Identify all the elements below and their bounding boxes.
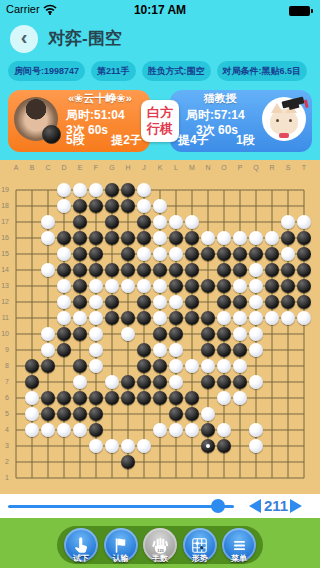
- next-move-button[interactable]: [290, 499, 302, 513]
- board-cell-M11[interactable]: [184, 310, 200, 326]
- board-cell-C19[interactable]: [40, 182, 56, 198]
- board-cell-R9[interactable]: [264, 342, 280, 358]
- board-cell-L11[interactable]: [168, 310, 184, 326]
- board-cell-P13[interactable]: [232, 278, 248, 294]
- board-cell-D12[interactable]: [56, 294, 72, 310]
- board-cell-R11[interactable]: [264, 310, 280, 326]
- prev-move-button[interactable]: [249, 499, 261, 513]
- board-cell-H14[interactable]: [120, 262, 136, 278]
- board-cell-Q6[interactable]: [248, 390, 264, 406]
- board-cell-F3[interactable]: [88, 438, 104, 454]
- board-cell-Q13[interactable]: [248, 278, 264, 294]
- board-cell-K19[interactable]: [152, 182, 168, 198]
- board-cell-F16[interactable]: [88, 230, 104, 246]
- board-cell-N8[interactable]: [200, 358, 216, 374]
- board-cell-T14[interactable]: [296, 262, 312, 278]
- board-cell-F15[interactable]: [88, 246, 104, 262]
- board-cell-M19[interactable]: [184, 182, 200, 198]
- board-cell-H16[interactable]: [120, 230, 136, 246]
- board-cell-D11[interactable]: [56, 310, 72, 326]
- board-cell-K14[interactable]: [152, 262, 168, 278]
- board-cell-R3[interactable]: [264, 438, 280, 454]
- board-cell-A7[interactable]: [8, 374, 24, 390]
- board-cell-J8[interactable]: [136, 358, 152, 374]
- board-cell-R2[interactable]: [264, 454, 280, 470]
- board-cell-P16[interactable]: [232, 230, 248, 246]
- board-cell-C1[interactable]: [40, 470, 56, 486]
- board-cell-Q10[interactable]: [248, 326, 264, 342]
- board-cell-T13[interactable]: [296, 278, 312, 294]
- board-cell-J2[interactable]: [136, 454, 152, 470]
- board-cell-J1[interactable]: [136, 470, 152, 486]
- board-cell-R4[interactable]: [264, 422, 280, 438]
- board-cell-K3[interactable]: [152, 438, 168, 454]
- board-cell-A9[interactable]: [8, 342, 24, 358]
- board-cell-B6[interactable]: [24, 390, 40, 406]
- board-cell-S6[interactable]: [280, 390, 296, 406]
- board-cell-K5[interactable]: [152, 406, 168, 422]
- board-cell-B7[interactable]: [24, 374, 40, 390]
- board-cell-K4[interactable]: [152, 422, 168, 438]
- board-cell-L8[interactable]: [168, 358, 184, 374]
- board-cell-F5[interactable]: [88, 406, 104, 422]
- board-cell-F9[interactable]: [88, 342, 104, 358]
- board-cell-H5[interactable]: [120, 406, 136, 422]
- board-cell-R14[interactable]: [264, 262, 280, 278]
- board-cell-N9[interactable]: [200, 342, 216, 358]
- board-cell-T3[interactable]: [296, 438, 312, 454]
- board-cell-F18[interactable]: [88, 198, 104, 214]
- board-cell-D8[interactable]: [56, 358, 72, 374]
- board-cell-F11[interactable]: [88, 310, 104, 326]
- board-cell-E6[interactable]: [72, 390, 88, 406]
- board-cell-B3[interactable]: [24, 438, 40, 454]
- board-cell-E11[interactable]: [72, 310, 88, 326]
- board-cell-O19[interactable]: [216, 182, 232, 198]
- board-cell-F17[interactable]: [88, 214, 104, 230]
- board-cell-K12[interactable]: [152, 294, 168, 310]
- board-cell-G13[interactable]: [104, 278, 120, 294]
- board-cell-K1[interactable]: [152, 470, 168, 486]
- board-cell-G2[interactable]: [104, 454, 120, 470]
- board-cell-M3[interactable]: [184, 438, 200, 454]
- board-cell-R15[interactable]: [264, 246, 280, 262]
- board-cell-M5[interactable]: [184, 406, 200, 422]
- board-cell-N12[interactable]: [200, 294, 216, 310]
- board-cell-H19[interactable]: [120, 182, 136, 198]
- board-cell-J4[interactable]: [136, 422, 152, 438]
- board-cell-B15[interactable]: [24, 246, 40, 262]
- board-cell-L1[interactable]: [168, 470, 184, 486]
- board-cell-N10[interactable]: [200, 326, 216, 342]
- board-cell-P4[interactable]: [232, 422, 248, 438]
- board-cell-E16[interactable]: [72, 230, 88, 246]
- board-cell-S3[interactable]: [280, 438, 296, 454]
- board-cell-A16[interactable]: [8, 230, 24, 246]
- board-cell-F10[interactable]: [88, 326, 104, 342]
- board-cell-D3[interactable]: [56, 438, 72, 454]
- slider-knob[interactable]: [211, 499, 225, 513]
- board-cell-H10[interactable]: [120, 326, 136, 342]
- board-cell-L2[interactable]: [168, 454, 184, 470]
- board-cell-Q19[interactable]: [248, 182, 264, 198]
- board-cell-Q18[interactable]: [248, 198, 264, 214]
- board-cell-J13[interactable]: [136, 278, 152, 294]
- board-cell-G11[interactable]: [104, 310, 120, 326]
- board-cell-D1[interactable]: [56, 470, 72, 486]
- board-cell-P15[interactable]: [232, 246, 248, 262]
- board-cell-J3[interactable]: [136, 438, 152, 454]
- board-cell-B2[interactable]: [24, 454, 40, 470]
- board-cell-O11[interactable]: [216, 310, 232, 326]
- board-cell-F6[interactable]: [88, 390, 104, 406]
- board-cell-B5[interactable]: [24, 406, 40, 422]
- board-cell-A15[interactable]: [8, 246, 24, 262]
- board-cell-R8[interactable]: [264, 358, 280, 374]
- board-cell-O15[interactable]: [216, 246, 232, 262]
- board-cell-L5[interactable]: [168, 406, 184, 422]
- board-cell-J16[interactable]: [136, 230, 152, 246]
- board-cell-G1[interactable]: [104, 470, 120, 486]
- board-cell-A11[interactable]: [8, 310, 24, 326]
- board-cell-O6[interactable]: [216, 390, 232, 406]
- board-cell-Q15[interactable]: [248, 246, 264, 262]
- board-cell-M2[interactable]: [184, 454, 200, 470]
- board-cell-N7[interactable]: [200, 374, 216, 390]
- board-cell-C13[interactable]: [40, 278, 56, 294]
- board-cell-H8[interactable]: [120, 358, 136, 374]
- board-cell-J11[interactable]: [136, 310, 152, 326]
- board-cell-B10[interactable]: [24, 326, 40, 342]
- board-cell-F4[interactable]: [88, 422, 104, 438]
- board-cell-S2[interactable]: [280, 454, 296, 470]
- board-cell-B13[interactable]: [24, 278, 40, 294]
- board-cell-J6[interactable]: [136, 390, 152, 406]
- board-cell-S7[interactable]: [280, 374, 296, 390]
- board-cell-B9[interactable]: [24, 342, 40, 358]
- board-cell-D13[interactable]: [56, 278, 72, 294]
- board-cell-E10[interactable]: [72, 326, 88, 342]
- board-cell-T7[interactable]: [296, 374, 312, 390]
- board-cell-M18[interactable]: [184, 198, 200, 214]
- board-cell-T11[interactable]: [296, 310, 312, 326]
- board-cell-H13[interactable]: [120, 278, 136, 294]
- board-cell-D18[interactable]: [56, 198, 72, 214]
- board-cell-B14[interactable]: [24, 262, 40, 278]
- board-cell-K13[interactable]: [152, 278, 168, 294]
- board-cell-G18[interactable]: [104, 198, 120, 214]
- board-cell-R10[interactable]: [264, 326, 280, 342]
- board-cell-G15[interactable]: [104, 246, 120, 262]
- board-cell-F1[interactable]: [88, 470, 104, 486]
- board-cell-E14[interactable]: [72, 262, 88, 278]
- board-cell-L12[interactable]: [168, 294, 184, 310]
- board-cell-P14[interactable]: [232, 262, 248, 278]
- board-cell-E13[interactable]: [72, 278, 88, 294]
- board-cell-S16[interactable]: [280, 230, 296, 246]
- board-cell-N2[interactable]: [200, 454, 216, 470]
- board-cell-O14[interactable]: [216, 262, 232, 278]
- board-cell-M10[interactable]: [184, 326, 200, 342]
- board-cell-S4[interactable]: [280, 422, 296, 438]
- board-cell-Q9[interactable]: [248, 342, 264, 358]
- board-cell-E18[interactable]: [72, 198, 88, 214]
- board-cell-T19[interactable]: [296, 182, 312, 198]
- move-numbers-button[interactable]: 123手数: [143, 528, 177, 562]
- board-cell-L6[interactable]: [168, 390, 184, 406]
- board-cell-D16[interactable]: [56, 230, 72, 246]
- board-cell-N11[interactable]: [200, 310, 216, 326]
- board-cell-P7[interactable]: [232, 374, 248, 390]
- board-cell-P17[interactable]: [232, 214, 248, 230]
- board-cell-L3[interactable]: [168, 438, 184, 454]
- board-cell-C9[interactable]: [40, 342, 56, 358]
- board-cell-L13[interactable]: [168, 278, 184, 294]
- board-cell-E3[interactable]: [72, 438, 88, 454]
- board-cell-L4[interactable]: [168, 422, 184, 438]
- board-cell-N4[interactable]: [200, 422, 216, 438]
- board-cell-D9[interactable]: [56, 342, 72, 358]
- board-cell-E1[interactable]: [72, 470, 88, 486]
- board-cell-P12[interactable]: [232, 294, 248, 310]
- board-cell-G9[interactable]: [104, 342, 120, 358]
- board-cell-C17[interactable]: [40, 214, 56, 230]
- board-cell-D2[interactable]: [56, 454, 72, 470]
- board-cell-G8[interactable]: [104, 358, 120, 374]
- board-cell-E9[interactable]: [72, 342, 88, 358]
- board-cell-H6[interactable]: [120, 390, 136, 406]
- board-cell-S8[interactable]: [280, 358, 296, 374]
- back-button[interactable]: ‹: [10, 25, 38, 53]
- board-cell-K2[interactable]: [152, 454, 168, 470]
- board-cell-N15[interactable]: [200, 246, 216, 262]
- board-cell-O10[interactable]: [216, 326, 232, 342]
- board-cell-R16[interactable]: [264, 230, 280, 246]
- board-cell-R19[interactable]: [264, 182, 280, 198]
- board-cell-T15[interactable]: [296, 246, 312, 262]
- board-cell-P8[interactable]: [232, 358, 248, 374]
- board-cell-M17[interactable]: [184, 214, 200, 230]
- menu-button[interactable]: 菜单: [222, 528, 256, 562]
- board-cell-H7[interactable]: [120, 374, 136, 390]
- board-cell-P3[interactable]: [232, 438, 248, 454]
- board-cell-C14[interactable]: [40, 262, 56, 278]
- board-cell-P1[interactable]: [232, 470, 248, 486]
- board-cell-G4[interactable]: [104, 422, 120, 438]
- board-cell-K16[interactable]: [152, 230, 168, 246]
- board-cell-S18[interactable]: [280, 198, 296, 214]
- board-cell-G14[interactable]: [104, 262, 120, 278]
- board-cell-R13[interactable]: [264, 278, 280, 294]
- board-cell-S17[interactable]: [280, 214, 296, 230]
- board-cell-T6[interactable]: [296, 390, 312, 406]
- board-cell-K9[interactable]: [152, 342, 168, 358]
- board-cell-C16[interactable]: [40, 230, 56, 246]
- board-cell-A4[interactable]: [8, 422, 24, 438]
- board-cell-C3[interactable]: [40, 438, 56, 454]
- board-cell-O9[interactable]: [216, 342, 232, 358]
- board-cell-T16[interactable]: [296, 230, 312, 246]
- board-cell-A17[interactable]: [8, 214, 24, 230]
- board-cell-J10[interactable]: [136, 326, 152, 342]
- board-cell-M15[interactable]: [184, 246, 200, 262]
- board-cell-K18[interactable]: [152, 198, 168, 214]
- try-move-button[interactable]: 试下: [64, 528, 98, 562]
- board-cell-C15[interactable]: [40, 246, 56, 262]
- board-cell-B4[interactable]: [24, 422, 40, 438]
- board-cell-D4[interactable]: [56, 422, 72, 438]
- board-cell-A13[interactable]: [8, 278, 24, 294]
- board-cell-C7[interactable]: [40, 374, 56, 390]
- board-cell-E12[interactable]: [72, 294, 88, 310]
- board-cell-H17[interactable]: [120, 214, 136, 230]
- board-cell-P10[interactable]: [232, 326, 248, 342]
- board-cell-O3[interactable]: [216, 438, 232, 454]
- board-cell-O8[interactable]: [216, 358, 232, 374]
- board-cell-L17[interactable]: [168, 214, 184, 230]
- board-cell-O12[interactable]: [216, 294, 232, 310]
- board-cell-B11[interactable]: [24, 310, 40, 326]
- board-cell-P18[interactable]: [232, 198, 248, 214]
- board-cell-B1[interactable]: [24, 470, 40, 486]
- board-cell-B16[interactable]: [24, 230, 40, 246]
- board-cell-T2[interactable]: [296, 454, 312, 470]
- board-cell-K17[interactable]: [152, 214, 168, 230]
- board-cell-F19[interactable]: [88, 182, 104, 198]
- board-cell-E17[interactable]: [72, 214, 88, 230]
- board-cell-G19[interactable]: [104, 182, 120, 198]
- board-cell-S15[interactable]: [280, 246, 296, 262]
- board-cell-N16[interactable]: [200, 230, 216, 246]
- board-cell-A2[interactable]: [8, 454, 24, 470]
- board-cell-E15[interactable]: [72, 246, 88, 262]
- board-cell-M12[interactable]: [184, 294, 200, 310]
- board-cell-L15[interactable]: [168, 246, 184, 262]
- board-cell-O1[interactable]: [216, 470, 232, 486]
- board-cell-H4[interactable]: [120, 422, 136, 438]
- board-cell-Q5[interactable]: [248, 406, 264, 422]
- resign-button[interactable]: 认输: [104, 528, 138, 562]
- board-cell-D10[interactable]: [56, 326, 72, 342]
- board-cell-J18[interactable]: [136, 198, 152, 214]
- board-cell-N18[interactable]: [200, 198, 216, 214]
- board-cell-L7[interactable]: [168, 374, 184, 390]
- board-cell-N3[interactable]: [200, 438, 216, 454]
- board-cell-T8[interactable]: [296, 358, 312, 374]
- board-cell-R6[interactable]: [264, 390, 280, 406]
- board-cell-J15[interactable]: [136, 246, 152, 262]
- board-cell-Q2[interactable]: [248, 454, 264, 470]
- board-cell-J9[interactable]: [136, 342, 152, 358]
- territory-button[interactable]: 形势: [183, 528, 217, 562]
- board-cell-A10[interactable]: [8, 326, 24, 342]
- board-cell-C2[interactable]: [40, 454, 56, 470]
- board-cell-J17[interactable]: [136, 214, 152, 230]
- board-cell-N6[interactable]: [200, 390, 216, 406]
- board-cell-S10[interactable]: [280, 326, 296, 342]
- board-cell-M1[interactable]: [184, 470, 200, 486]
- board-cell-D17[interactable]: [56, 214, 72, 230]
- board-cell-M16[interactable]: [184, 230, 200, 246]
- board-cell-C11[interactable]: [40, 310, 56, 326]
- board-cell-C8[interactable]: [40, 358, 56, 374]
- board-cell-G10[interactable]: [104, 326, 120, 342]
- board-cell-B19[interactable]: [24, 182, 40, 198]
- board-cell-K10[interactable]: [152, 326, 168, 342]
- board-cell-K8[interactable]: [152, 358, 168, 374]
- board-cell-A14[interactable]: [8, 262, 24, 278]
- board-cell-R17[interactable]: [264, 214, 280, 230]
- board-cell-G6[interactable]: [104, 390, 120, 406]
- board-cell-Q3[interactable]: [248, 438, 264, 454]
- board-cell-E19[interactable]: [72, 182, 88, 198]
- board-cell-K11[interactable]: [152, 310, 168, 326]
- board-cell-D6[interactable]: [56, 390, 72, 406]
- board-cell-A18[interactable]: [8, 198, 24, 214]
- board-cell-A1[interactable]: [8, 470, 24, 486]
- board-cell-L9[interactable]: [168, 342, 184, 358]
- board-cell-E7[interactable]: [72, 374, 88, 390]
- board-cell-L18[interactable]: [168, 198, 184, 214]
- board-cell-N5[interactable]: [200, 406, 216, 422]
- board-cell-E5[interactable]: [72, 406, 88, 422]
- board-cell-K6[interactable]: [152, 390, 168, 406]
- board-cell-A8[interactable]: [8, 358, 24, 374]
- board-cell-N19[interactable]: [200, 182, 216, 198]
- board-cell-J12[interactable]: [136, 294, 152, 310]
- board-cell-J19[interactable]: [136, 182, 152, 198]
- board-cell-G3[interactable]: [104, 438, 120, 454]
- board-cell-D14[interactable]: [56, 262, 72, 278]
- board-cell-P5[interactable]: [232, 406, 248, 422]
- board-cell-O5[interactable]: [216, 406, 232, 422]
- board-cell-O18[interactable]: [216, 198, 232, 214]
- board-cell-S9[interactable]: [280, 342, 296, 358]
- board-cell-S14[interactable]: [280, 262, 296, 278]
- board-cell-O16[interactable]: [216, 230, 232, 246]
- board-cell-H2[interactable]: [120, 454, 136, 470]
- board-cell-P6[interactable]: [232, 390, 248, 406]
- board-cell-L14[interactable]: [168, 262, 184, 278]
- board-cell-G5[interactable]: [104, 406, 120, 422]
- board-cell-A19[interactable]: [8, 182, 24, 198]
- board-cell-O4[interactable]: [216, 422, 232, 438]
- board-cell-T18[interactable]: [296, 198, 312, 214]
- board-cell-C6[interactable]: [40, 390, 56, 406]
- board-cell-O17[interactable]: [216, 214, 232, 230]
- board-cell-H1[interactable]: [120, 470, 136, 486]
- board-cell-B18[interactable]: [24, 198, 40, 214]
- board-cell-S11[interactable]: [280, 310, 296, 326]
- board-cell-T12[interactable]: [296, 294, 312, 310]
- board-cell-F2[interactable]: [88, 454, 104, 470]
- board-cell-Q17[interactable]: [248, 214, 264, 230]
- board-cell-F12[interactable]: [88, 294, 104, 310]
- board-cell-M4[interactable]: [184, 422, 200, 438]
- board-cell-Q11[interactable]: [248, 310, 264, 326]
- board-cell-S19[interactable]: [280, 182, 296, 198]
- board-cell-T17[interactable]: [296, 214, 312, 230]
- board-cell-D7[interactable]: [56, 374, 72, 390]
- board-cell-N1[interactable]: [200, 470, 216, 486]
- board-cell-A6[interactable]: [8, 390, 24, 406]
- board-cell-F8[interactable]: [88, 358, 104, 374]
- board-cell-C18[interactable]: [40, 198, 56, 214]
- board-cell-F14[interactable]: [88, 262, 104, 278]
- board-cell-T4[interactable]: [296, 422, 312, 438]
- board-cell-H3[interactable]: [120, 438, 136, 454]
- board-cell-Q8[interactable]: [248, 358, 264, 374]
